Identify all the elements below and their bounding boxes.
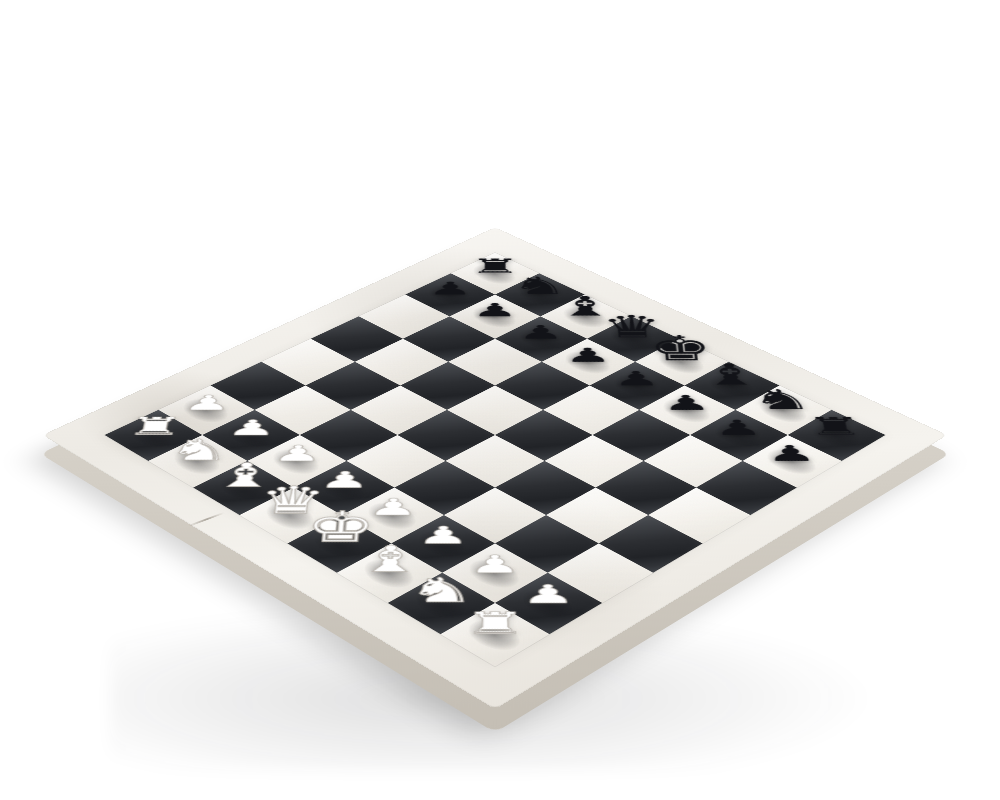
- pawn-icon: ♟: [140, 392, 274, 413]
- pawn-icon: ♟: [572, 368, 702, 388]
- marble-seam: [189, 512, 225, 526]
- pawn-icon: ♟: [671, 417, 806, 438]
- chess-board: ♜♞♝♛♚♝♞♜♟♟♟♟♟♟♟♟♟♟♟♟♟♟♟♟♜♞♝♛♚♝♞♜: [42, 227, 947, 709]
- pawn-icon: ♟: [433, 301, 557, 319]
- scene: ♜♞♝♛♚♝♞♜♟♟♟♟♟♟♟♟♟♟♟♟♟♟♟♟♜♞♝♛♚♝♞♜: [0, 0, 1000, 800]
- page-background: ♜♞♝♛♚♝♞♜♟♟♟♟♟♟♟♟♟♟♟♟♟♟♟♟♜♞♝♛♚♝♞♜: [0, 0, 1000, 800]
